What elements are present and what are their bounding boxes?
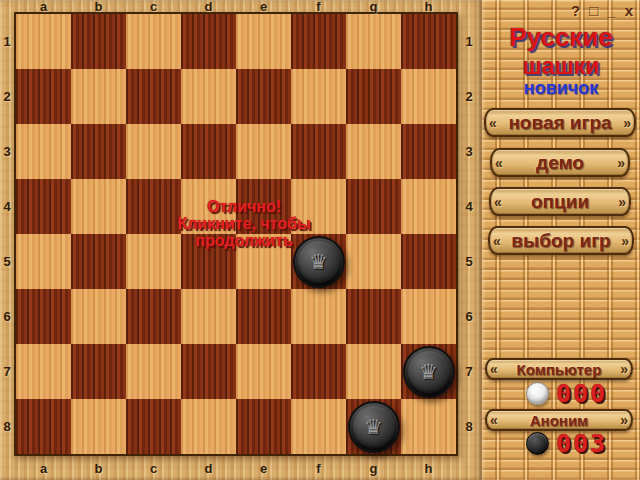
coord-file-g-bottom: g xyxy=(346,458,401,478)
coord-file-h-bottom: h xyxy=(401,458,456,478)
square-e6[interactable] xyxy=(236,289,291,344)
square-h8[interactable] xyxy=(401,399,456,454)
square-a3[interactable] xyxy=(16,124,71,179)
square-b7[interactable] xyxy=(71,344,126,399)
window-controls: ? □ _ x xyxy=(571,3,633,19)
coord-file-f-top: f xyxy=(291,0,346,13)
piece-black-king-h7[interactable]: ♛ xyxy=(403,346,455,398)
square-e3[interactable] xyxy=(236,124,291,179)
square-b2[interactable] xyxy=(71,69,126,124)
status-message-line: Отлично! xyxy=(14,198,474,215)
options-button[interactable]: « опции » xyxy=(489,187,631,216)
game-select-button[interactable]: « выбор игр » xyxy=(488,226,634,255)
plank-left-end-icon: « xyxy=(493,234,501,248)
coord-rank-5-left: 5 xyxy=(0,234,14,289)
square-h7[interactable]: ♛ xyxy=(401,344,456,399)
minimize-icon[interactable]: _ xyxy=(607,3,615,19)
square-h1[interactable] xyxy=(401,14,456,69)
difficulty-level: новичок xyxy=(482,78,640,99)
human-player-plate: « Аноним » xyxy=(485,409,633,431)
square-a6[interactable] xyxy=(16,289,71,344)
help-icon[interactable]: ? xyxy=(571,3,580,19)
square-b1[interactable] xyxy=(71,14,126,69)
human-score: 003 xyxy=(556,431,607,456)
status-message-line: Кликните, чтобы xyxy=(14,215,474,232)
plank-right-end-icon: » xyxy=(617,156,625,170)
coord-file-a-bottom: a xyxy=(16,458,71,478)
square-f6[interactable] xyxy=(291,289,346,344)
square-e1[interactable] xyxy=(236,14,291,69)
square-c8[interactable] xyxy=(126,399,181,454)
square-a8[interactable] xyxy=(16,399,71,454)
square-g7[interactable] xyxy=(346,344,401,399)
coord-rank-1-left: 1 xyxy=(0,14,14,69)
maximize-icon[interactable]: □ xyxy=(589,3,598,19)
square-g1[interactable] xyxy=(346,14,401,69)
square-c6[interactable] xyxy=(126,289,181,344)
status-message[interactable]: Отлично! Кликните, чтобы продолжить xyxy=(14,198,474,249)
plank-left-end-icon: « xyxy=(495,156,503,170)
square-g3[interactable] xyxy=(346,124,401,179)
square-f2[interactable] xyxy=(291,69,346,124)
coord-rank-6-left: 6 xyxy=(0,289,14,344)
square-g8[interactable]: ♛ xyxy=(346,399,401,454)
square-d6[interactable] xyxy=(181,289,236,344)
coord-rank-4-left: 4 xyxy=(0,179,14,234)
square-d8[interactable] xyxy=(181,399,236,454)
coord-rank-8-right: 8 xyxy=(458,399,480,454)
white-piece-icon xyxy=(526,382,549,405)
plank-right-end-icon: » xyxy=(623,116,631,130)
coord-rank-6-right: 6 xyxy=(458,289,480,344)
demo-button-label: демо xyxy=(503,152,617,174)
coord-rank-1-right: 1 xyxy=(458,14,480,69)
plank-left-end-icon: « xyxy=(490,413,498,427)
square-h6[interactable] xyxy=(401,289,456,344)
king-crown-icon: ♛ xyxy=(405,360,453,381)
coord-file-f-bottom: f xyxy=(291,458,346,478)
demo-button[interactable]: « демо » xyxy=(490,148,630,177)
coord-file-h-top: h xyxy=(401,0,456,13)
plank-left-end-icon: « xyxy=(489,116,497,130)
computer-player-plate: « Компьютер » xyxy=(485,358,633,380)
square-d2[interactable] xyxy=(181,69,236,124)
square-a7[interactable] xyxy=(16,344,71,399)
square-e2[interactable] xyxy=(236,69,291,124)
square-b6[interactable] xyxy=(71,289,126,344)
square-c7[interactable] xyxy=(126,344,181,399)
coord-rank-8-left: 8 xyxy=(0,399,14,454)
plank-left-end-icon: « xyxy=(490,362,498,376)
coord-file-c-top: c xyxy=(126,0,181,13)
square-g6[interactable] xyxy=(346,289,401,344)
square-e7[interactable] xyxy=(236,344,291,399)
computer-score: 000 xyxy=(556,381,607,406)
plank-right-end-icon: » xyxy=(620,362,628,376)
plank-left-end-icon: « xyxy=(494,195,502,209)
square-f8[interactable] xyxy=(291,399,346,454)
coord-file-a-top: a xyxy=(16,0,71,13)
square-h2[interactable] xyxy=(401,69,456,124)
computer-player-name: Компьютер xyxy=(498,361,620,378)
coord-file-g-top: g xyxy=(346,0,401,13)
status-message-line: продолжить xyxy=(14,232,474,249)
computer-score-row: 000 xyxy=(526,381,607,405)
piece-black-king-g8[interactable]: ♛ xyxy=(348,401,400,453)
black-piece-icon xyxy=(526,432,549,455)
square-a2[interactable] xyxy=(16,69,71,124)
coord-rank-3-left: 3 xyxy=(0,124,14,179)
human-score-row: 003 xyxy=(526,431,607,455)
app-title-line2: шашки xyxy=(482,53,640,80)
coord-rank-3-right: 3 xyxy=(458,124,480,179)
square-b3[interactable] xyxy=(71,124,126,179)
square-a1[interactable] xyxy=(16,14,71,69)
square-c1[interactable] xyxy=(126,14,181,69)
coord-rank-7-left: 7 xyxy=(0,344,14,399)
king-crown-icon: ♛ xyxy=(350,415,398,436)
square-e8[interactable] xyxy=(236,399,291,454)
new-game-button[interactable]: « новая игра » xyxy=(484,108,636,137)
plank-right-end-icon: » xyxy=(620,413,628,427)
square-f1[interactable] xyxy=(291,14,346,69)
coord-rank-2-left: 2 xyxy=(0,69,14,124)
coord-file-e-bottom: e xyxy=(236,458,291,478)
square-c3[interactable] xyxy=(126,124,181,179)
plank-right-end-icon: » xyxy=(618,195,626,209)
coord-file-d-bottom: d xyxy=(181,458,236,478)
options-button-label: опции xyxy=(502,191,618,213)
coord-file-b-top: b xyxy=(71,0,126,13)
square-d1[interactable] xyxy=(181,14,236,69)
coord-file-d-top: d xyxy=(181,0,236,13)
square-g2[interactable] xyxy=(346,69,401,124)
square-c2[interactable] xyxy=(126,69,181,124)
coord-file-e-top: e xyxy=(236,0,291,13)
square-h3[interactable] xyxy=(401,124,456,179)
square-f7[interactable] xyxy=(291,344,346,399)
coord-rank-7-right: 7 xyxy=(458,344,480,399)
square-b8[interactable] xyxy=(71,399,126,454)
board-area: ♛♛♛ Отлично! Кликните, чтобы продолжить … xyxy=(0,0,482,480)
square-f3[interactable] xyxy=(291,124,346,179)
side-panel: ? □ _ x Русские шашки новичок « новая иг… xyxy=(482,0,640,480)
new-game-button-label: новая игра xyxy=(497,112,623,134)
close-icon[interactable]: x xyxy=(625,3,633,19)
game-select-button-label: выбор игр xyxy=(501,230,621,252)
coord-rank-2-right: 2 xyxy=(458,69,480,124)
plank-right-end-icon: » xyxy=(621,234,629,248)
human-player-name: Аноним xyxy=(498,412,620,429)
coord-file-c-bottom: c xyxy=(126,458,181,478)
square-d7[interactable] xyxy=(181,344,236,399)
square-d3[interactable] xyxy=(181,124,236,179)
app-window: ♛♛♛ Отлично! Кликните, чтобы продолжить … xyxy=(0,0,640,480)
coord-file-b-bottom: b xyxy=(71,458,126,478)
app-title-line1: Русские xyxy=(482,22,640,53)
king-crown-icon: ♛ xyxy=(295,250,343,271)
